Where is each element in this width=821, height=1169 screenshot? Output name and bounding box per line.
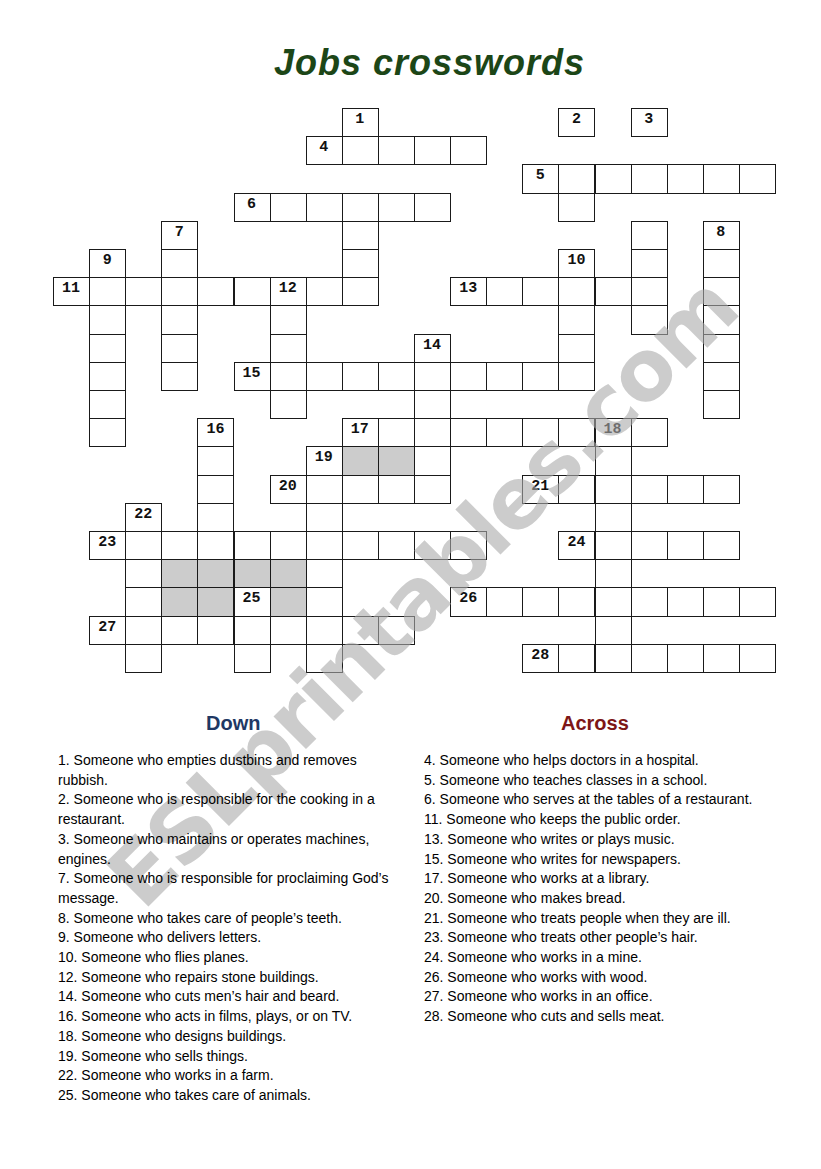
grid-cell[interactable] bbox=[595, 446, 632, 475]
clue-text: 14. Someone who cuts men’s hair and bear… bbox=[58, 987, 422, 1007]
blocked-cell bbox=[161, 559, 198, 588]
grid-cell[interactable] bbox=[703, 644, 740, 673]
grid-cell[interactable] bbox=[125, 644, 162, 673]
grid-cell[interactable] bbox=[270, 531, 307, 560]
grid-cell[interactable] bbox=[631, 587, 668, 616]
grid-cell[interactable] bbox=[631, 305, 668, 334]
clue-text: 12. Someone who repairs stone buildings. bbox=[58, 968, 422, 988]
grid-cell[interactable] bbox=[342, 475, 379, 504]
grid-cell[interactable] bbox=[342, 193, 379, 222]
clue-number: 10 bbox=[558, 249, 594, 268]
grid-cell[interactable] bbox=[306, 503, 343, 532]
grid-cell[interactable] bbox=[378, 616, 415, 645]
grid-cell[interactable] bbox=[197, 503, 234, 532]
grid-cell[interactable] bbox=[161, 277, 198, 306]
grid-cell[interactable] bbox=[703, 587, 740, 616]
clue-number: 2 bbox=[558, 108, 594, 127]
grid-cell[interactable] bbox=[414, 362, 451, 391]
blocked-cell bbox=[161, 587, 198, 616]
grid-cell[interactable] bbox=[342, 249, 379, 278]
grid-cell[interactable] bbox=[522, 362, 559, 391]
grid-cell[interactable] bbox=[378, 475, 415, 504]
blocked-cell bbox=[197, 559, 234, 588]
clue-text: engines. bbox=[58, 850, 422, 870]
down-header: Down bbox=[206, 712, 260, 735]
grid-cell[interactable] bbox=[595, 644, 632, 673]
clue-text: 26. Someone who works with wood. bbox=[424, 968, 816, 988]
crossword-grid: 1234567891011121314151617181920212223242… bbox=[53, 108, 776, 673]
clue-text: 16. Someone who acts in films, plays, or… bbox=[58, 1007, 422, 1027]
grid-cell[interactable] bbox=[558, 587, 595, 616]
blocked-cell bbox=[270, 559, 307, 588]
grid-cell[interactable] bbox=[631, 221, 668, 250]
grid-cell[interactable] bbox=[522, 418, 559, 447]
grid-cell[interactable] bbox=[486, 587, 523, 616]
grid-cell[interactable] bbox=[450, 531, 487, 560]
blocked-cell bbox=[378, 446, 415, 475]
blocked-cell bbox=[342, 446, 379, 475]
clue-number: 21 bbox=[522, 475, 558, 494]
blocked-cell bbox=[197, 587, 234, 616]
grid-cell[interactable] bbox=[631, 475, 668, 504]
grid-cell[interactable] bbox=[558, 305, 595, 334]
grid-cell[interactable] bbox=[161, 531, 198, 560]
grid-cell[interactable] bbox=[631, 531, 668, 560]
grid-cell[interactable] bbox=[125, 531, 162, 560]
clue-number: 5 bbox=[522, 164, 558, 183]
grid-cell[interactable] bbox=[306, 277, 343, 306]
clue-number: 26 bbox=[450, 587, 486, 606]
down-clue-list: 1. Someone who empties dustbins and remo… bbox=[58, 751, 422, 1106]
clue-text: 20. Someone who makes bread. bbox=[424, 889, 816, 909]
grid-cell[interactable] bbox=[342, 221, 379, 250]
clue-text: restaurant. bbox=[58, 810, 422, 830]
clue-number: 1 bbox=[342, 108, 378, 127]
grid-cell[interactable] bbox=[595, 475, 632, 504]
grid-cell[interactable] bbox=[306, 644, 343, 673]
grid-cell[interactable] bbox=[197, 531, 234, 560]
grid-cell[interactable] bbox=[89, 305, 126, 334]
clue-text: 4. Someone who helps doctors in a hospit… bbox=[424, 751, 816, 771]
grid-cell[interactable] bbox=[739, 644, 776, 673]
clue-text: 11. Someone who keeps the public order. bbox=[424, 810, 816, 830]
grid-cell[interactable] bbox=[703, 362, 740, 391]
across-header: Across bbox=[561, 712, 629, 735]
grid-cell[interactable] bbox=[703, 475, 740, 504]
grid-cell[interactable] bbox=[197, 446, 234, 475]
grid-cell[interactable] bbox=[197, 475, 234, 504]
grid-cell[interactable] bbox=[125, 587, 162, 616]
clue-text: 18. Someone who designs buildings. bbox=[58, 1027, 422, 1047]
clue-number: 27 bbox=[89, 616, 125, 635]
grid-cell[interactable] bbox=[125, 277, 162, 306]
grid-cell[interactable] bbox=[739, 164, 776, 193]
grid-cell[interactable] bbox=[486, 362, 523, 391]
clue-number: 28 bbox=[522, 644, 558, 663]
grid-cell[interactable] bbox=[558, 362, 595, 391]
grid-cell[interactable] bbox=[486, 277, 523, 306]
grid-cell[interactable] bbox=[378, 531, 415, 560]
clue-text: 10. Someone who flies planes. bbox=[58, 948, 422, 968]
grid-cell[interactable] bbox=[631, 249, 668, 278]
clue-text: rubbish. bbox=[58, 771, 422, 791]
page-title: Jobs crosswords bbox=[0, 42, 821, 84]
grid-cell[interactable] bbox=[631, 644, 668, 673]
grid-cell[interactable] bbox=[378, 418, 415, 447]
clue-number: 11 bbox=[53, 277, 89, 296]
grid-cell[interactable] bbox=[703, 249, 740, 278]
grid-cell[interactable] bbox=[667, 475, 704, 504]
grid-cell[interactable] bbox=[558, 164, 595, 193]
grid-cell[interactable] bbox=[342, 531, 379, 560]
clue-text: 5. Someone who teaches classes in a scho… bbox=[424, 771, 816, 791]
grid-cell[interactable] bbox=[595, 503, 632, 532]
clue-number: 24 bbox=[558, 531, 594, 550]
grid-cell[interactable] bbox=[414, 136, 451, 165]
grid-cell[interactable] bbox=[486, 418, 523, 447]
clue-text: message. bbox=[58, 889, 422, 909]
grid-cell[interactable] bbox=[522, 587, 559, 616]
grid-cell[interactable] bbox=[703, 334, 740, 363]
clue-number: 9 bbox=[89, 249, 125, 268]
grid-cell[interactable] bbox=[342, 362, 379, 391]
grid-cell[interactable] bbox=[450, 362, 487, 391]
clue-text: 19. Someone who sells things. bbox=[58, 1047, 422, 1067]
clue-text: 7. Someone who is responsible for procla… bbox=[58, 869, 422, 889]
grid-cell[interactable] bbox=[270, 390, 307, 419]
blocked-cell bbox=[234, 559, 271, 588]
blocked-cell bbox=[270, 587, 307, 616]
across-clue-list: 4. Someone who helps doctors in a hospit… bbox=[424, 751, 816, 1027]
grid-cell[interactable] bbox=[703, 390, 740, 419]
grid-cell[interactable] bbox=[342, 616, 379, 645]
grid-cell[interactable] bbox=[595, 277, 632, 306]
grid-cell[interactable] bbox=[703, 277, 740, 306]
clue-text: 1. Someone who empties dustbins and remo… bbox=[58, 751, 422, 771]
clue-text: 25. Someone who takes care of animals. bbox=[58, 1086, 422, 1106]
grid-cell[interactable] bbox=[378, 362, 415, 391]
grid-cell[interactable] bbox=[558, 277, 595, 306]
grid-cell[interactable] bbox=[161, 249, 198, 278]
grid-cell[interactable] bbox=[414, 418, 451, 447]
grid-cell[interactable] bbox=[414, 390, 451, 419]
grid-cell[interactable] bbox=[125, 616, 162, 645]
grid-cell[interactable] bbox=[631, 277, 668, 306]
grid-cell[interactable] bbox=[703, 531, 740, 560]
grid-cell[interactable] bbox=[414, 475, 451, 504]
grid-cell[interactable] bbox=[414, 193, 451, 222]
grid-cell[interactable] bbox=[342, 277, 379, 306]
grid-cell[interactable] bbox=[631, 164, 668, 193]
grid-cell[interactable] bbox=[595, 587, 632, 616]
grid-cell[interactable] bbox=[125, 559, 162, 588]
clue-text: 17. Someone who works at a library. bbox=[424, 869, 816, 889]
grid-cell[interactable] bbox=[89, 418, 126, 447]
clue-number: 16 bbox=[197, 418, 233, 437]
grid-cell[interactable] bbox=[558, 475, 595, 504]
grid-cell[interactable] bbox=[270, 193, 307, 222]
grid-cell[interactable] bbox=[595, 616, 632, 645]
grid-cell[interactable] bbox=[414, 531, 451, 560]
clue-text: 23. Someone who treats other people’s ha… bbox=[424, 928, 816, 948]
grid-cell[interactable] bbox=[342, 136, 379, 165]
grid-cell[interactable] bbox=[450, 418, 487, 447]
clue-text: 13. Someone who writes or plays music. bbox=[424, 830, 816, 850]
grid-cell[interactable] bbox=[558, 418, 595, 447]
grid-cell[interactable] bbox=[558, 193, 595, 222]
grid-cell[interactable] bbox=[306, 475, 343, 504]
grid-cell[interactable] bbox=[378, 136, 415, 165]
grid-cell[interactable] bbox=[89, 277, 126, 306]
grid-cell[interactable] bbox=[595, 531, 632, 560]
grid-cell[interactable] bbox=[631, 418, 668, 447]
grid-cell[interactable] bbox=[703, 305, 740, 334]
grid-cell[interactable] bbox=[306, 587, 343, 616]
clue-text: 6. Someone who serves at the tables of a… bbox=[424, 790, 816, 810]
grid-cell[interactable] bbox=[234, 616, 271, 645]
clue-number: 7 bbox=[161, 221, 197, 240]
clue-number: 6 bbox=[234, 193, 270, 212]
grid-cell[interactable] bbox=[378, 193, 415, 222]
clue-text: 3. Someone who maintains or operates mac… bbox=[58, 830, 422, 850]
clue-number: 14 bbox=[414, 334, 450, 353]
clue-number: 13 bbox=[450, 277, 486, 296]
grid-cell[interactable] bbox=[595, 559, 632, 588]
clue-number: 17 bbox=[342, 418, 378, 437]
clue-number: 19 bbox=[306, 446, 342, 465]
grid-cell[interactable] bbox=[270, 616, 307, 645]
clue-number: 15 bbox=[234, 362, 270, 381]
worksheet-page: Jobs crosswords 123456789101112131415161… bbox=[0, 0, 821, 1169]
grid-cell[interactable] bbox=[306, 193, 343, 222]
clue-text: 24. Someone who works in a mine. bbox=[424, 948, 816, 968]
clue-text: 2. Someone who is responsible for the co… bbox=[58, 790, 422, 810]
clue-number: 3 bbox=[631, 108, 667, 127]
grid-cell[interactable] bbox=[197, 616, 234, 645]
grid-cell[interactable] bbox=[450, 136, 487, 165]
grid-cell[interactable] bbox=[667, 164, 704, 193]
grid-cell[interactable] bbox=[161, 362, 198, 391]
grid-cell[interactable] bbox=[667, 531, 704, 560]
grid-cell[interactable] bbox=[595, 164, 632, 193]
grid-cell[interactable] bbox=[270, 334, 307, 363]
grid-cell[interactable] bbox=[306, 362, 343, 391]
grid-cell[interactable] bbox=[667, 587, 704, 616]
clue-number: 8 bbox=[703, 221, 739, 240]
grid-cell[interactable] bbox=[197, 277, 234, 306]
grid-cell[interactable] bbox=[234, 277, 271, 306]
clue-text: 9. Someone who delivers letters. bbox=[58, 928, 422, 948]
clue-number: 23 bbox=[89, 531, 125, 550]
grid-cell[interactable] bbox=[306, 559, 343, 588]
clue-number: 12 bbox=[270, 277, 306, 296]
grid-cell[interactable] bbox=[161, 616, 198, 645]
grid-cell[interactable] bbox=[161, 305, 198, 334]
clue-number: 25 bbox=[234, 587, 270, 606]
clue-text: 8. Someone who takes care of people’s te… bbox=[58, 909, 422, 929]
grid-cell[interactable] bbox=[522, 277, 559, 306]
grid-cell[interactable] bbox=[89, 334, 126, 363]
clue-number: 20 bbox=[270, 475, 306, 494]
grid-cell[interactable] bbox=[234, 531, 271, 560]
grid-cell[interactable] bbox=[270, 362, 307, 391]
clue-text: 27. Someone who works in an office. bbox=[424, 987, 816, 1007]
clue-number: 18 bbox=[595, 418, 631, 437]
grid-cell[interactable] bbox=[234, 644, 271, 673]
clue-number: 22 bbox=[125, 503, 161, 522]
grid-cell[interactable] bbox=[306, 616, 343, 645]
grid-cell[interactable] bbox=[739, 587, 776, 616]
grid-cell[interactable] bbox=[703, 164, 740, 193]
clue-number: 4 bbox=[306, 136, 342, 155]
grid-cell[interactable] bbox=[161, 334, 198, 363]
clue-text: 28. Someone who cuts and sells meat. bbox=[424, 1007, 816, 1027]
grid-cell[interactable] bbox=[89, 362, 126, 391]
grid-cell[interactable] bbox=[558, 334, 595, 363]
grid-cell[interactable] bbox=[414, 446, 451, 475]
grid-cell[interactable] bbox=[89, 390, 126, 419]
clue-text: 22. Someone who works in a farm. bbox=[58, 1066, 422, 1086]
grid-cell[interactable] bbox=[306, 531, 343, 560]
grid-cell[interactable] bbox=[558, 644, 595, 673]
clue-text: 21. Someone who treats people when they … bbox=[424, 909, 816, 929]
clue-text: 15. Someone who writes for newspapers. bbox=[424, 850, 816, 870]
grid-cell[interactable] bbox=[667, 644, 704, 673]
grid-cell[interactable] bbox=[270, 305, 307, 334]
